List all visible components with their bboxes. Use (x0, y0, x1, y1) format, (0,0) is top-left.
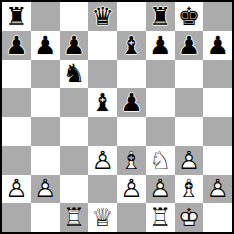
white-rook: ♜♖ (146, 203, 175, 232)
white-pawn-outline-icon: ♙ (175, 146, 204, 175)
black-bishop: ♝ (88, 88, 117, 117)
square-b6[interactable] (31, 60, 60, 89)
white-bishop-outline-icon: ♗ (117, 146, 146, 175)
white-knight: ♞♘ (146, 146, 175, 175)
square-f7[interactable]: ♟ (146, 31, 175, 60)
white-pawn-outline-icon: ♙ (117, 175, 146, 204)
square-g8[interactable]: ♚ (175, 2, 204, 31)
square-d4[interactable] (88, 117, 117, 146)
square-c6[interactable]: ♞ (60, 60, 89, 89)
white-pawn-outline-icon: ♙ (2, 175, 31, 204)
square-f3[interactable]: ♞♘ (146, 146, 175, 175)
square-f4[interactable] (146, 117, 175, 146)
square-g3[interactable]: ♟♙ (175, 146, 204, 175)
square-d8[interactable]: ♛ (88, 2, 117, 31)
black-pawn: ♟ (117, 88, 146, 117)
black-pawn: ♟ (203, 31, 232, 60)
square-a7[interactable]: ♟ (2, 31, 31, 60)
square-d7[interactable] (88, 31, 117, 60)
square-a4[interactable] (2, 117, 31, 146)
square-d6[interactable] (88, 60, 117, 89)
white-pawn-outline-icon: ♙ (146, 175, 175, 204)
square-e8[interactable] (117, 2, 146, 31)
square-e5[interactable]: ♟ (117, 88, 146, 117)
square-a1[interactable] (2, 203, 31, 232)
white-king-outline-icon: ♔ (175, 203, 204, 232)
square-a5[interactable] (2, 88, 31, 117)
square-f8[interactable]: ♜ (146, 2, 175, 31)
chess-diagram: ♜♛♜♚♟♟♟♝♟♟♟♞♝♟♟♙♝♗♞♘♟♙♟♙♟♙♟♙♟♙♝♗♟♙♜♖♛♕♜♖… (0, 0, 234, 234)
white-queen-outline-icon: ♕ (88, 203, 117, 232)
black-pawn: ♟ (2, 31, 31, 60)
black-king: ♚ (175, 2, 204, 31)
square-e6[interactable] (117, 60, 146, 89)
square-a3[interactable] (2, 146, 31, 175)
square-b5[interactable] (31, 88, 60, 117)
square-b7[interactable]: ♟ (31, 31, 60, 60)
square-h7[interactable]: ♟ (203, 31, 232, 60)
white-rook: ♜♖ (60, 203, 89, 232)
white-pawn-outline-icon: ♙ (31, 175, 60, 204)
black-pawn-icon: ♟ (175, 31, 204, 60)
square-c2[interactable] (60, 175, 89, 204)
square-e4[interactable] (117, 117, 146, 146)
black-knight: ♞ (60, 60, 89, 89)
black-pawn-icon: ♟ (117, 88, 146, 117)
white-pawn: ♟♙ (203, 175, 232, 204)
white-pawn: ♟♙ (31, 175, 60, 204)
black-knight-icon: ♞ (60, 60, 89, 89)
black-rook-icon: ♜ (2, 2, 31, 31)
black-pawn: ♟ (31, 31, 60, 60)
black-rook: ♜ (2, 2, 31, 31)
square-f1[interactable]: ♜♖ (146, 203, 175, 232)
square-b2[interactable]: ♟♙ (31, 175, 60, 204)
square-g6[interactable] (175, 60, 204, 89)
black-pawn-icon: ♟ (203, 31, 232, 60)
square-h6[interactable] (203, 60, 232, 89)
black-pawn: ♟ (175, 31, 204, 60)
white-rook-outline-icon: ♖ (146, 203, 175, 232)
white-pawn: ♟♙ (2, 175, 31, 204)
white-pawn: ♟♙ (146, 175, 175, 204)
black-bishop: ♝ (117, 31, 146, 60)
square-h5[interactable] (203, 88, 232, 117)
square-g1[interactable]: ♚♔ (175, 203, 204, 232)
black-pawn: ♟ (60, 31, 89, 60)
square-f2[interactable]: ♟♙ (146, 175, 175, 204)
square-e1[interactable] (117, 203, 146, 232)
black-rook: ♜ (146, 2, 175, 31)
chess-board: ♜♛♜♚♟♟♟♝♟♟♟♞♝♟♟♙♝♗♞♘♟♙♟♙♟♙♟♙♟♙♝♗♟♙♜♖♛♕♜♖… (0, 0, 234, 234)
white-bishop: ♝♗ (175, 175, 204, 204)
square-a2[interactable]: ♟♙ (2, 175, 31, 204)
white-bishop-outline-icon: ♗ (175, 175, 204, 204)
square-h2[interactable]: ♟♙ (203, 175, 232, 204)
white-pawn: ♟♙ (88, 146, 117, 175)
square-c8[interactable] (60, 2, 89, 31)
square-h8[interactable] (203, 2, 232, 31)
square-a8[interactable]: ♜ (2, 2, 31, 31)
square-e7[interactable]: ♝ (117, 31, 146, 60)
square-h1[interactable] (203, 203, 232, 232)
white-rook-outline-icon: ♖ (60, 203, 89, 232)
black-bishop-icon: ♝ (88, 88, 117, 117)
square-b8[interactable] (31, 2, 60, 31)
square-a6[interactable] (2, 60, 31, 89)
white-pawn: ♟♙ (175, 146, 204, 175)
square-e3[interactable]: ♝♗ (117, 146, 146, 175)
square-g2[interactable]: ♝♗ (175, 175, 204, 204)
square-g4[interactable] (175, 117, 204, 146)
black-pawn-icon: ♟ (60, 31, 89, 60)
square-d3[interactable]: ♟♙ (88, 146, 117, 175)
square-f6[interactable] (146, 60, 175, 89)
square-g7[interactable]: ♟ (175, 31, 204, 60)
white-bishop: ♝♗ (117, 146, 146, 175)
square-f5[interactable] (146, 88, 175, 117)
white-pawn-outline-icon: ♙ (88, 146, 117, 175)
black-pawn: ♟ (146, 31, 175, 60)
white-knight-outline-icon: ♘ (146, 146, 175, 175)
white-queen: ♛♕ (88, 203, 117, 232)
square-e2[interactable]: ♟♙ (117, 175, 146, 204)
square-h4[interactable] (203, 117, 232, 146)
white-pawn: ♟♙ (117, 175, 146, 204)
square-d5[interactable]: ♝ (88, 88, 117, 117)
square-h3[interactable] (203, 146, 232, 175)
white-pawn-outline-icon: ♙ (203, 175, 232, 204)
black-rook-icon: ♜ (146, 2, 175, 31)
square-g5[interactable] (175, 88, 204, 117)
square-b1[interactable] (31, 203, 60, 232)
black-queen: ♛ (88, 2, 117, 31)
black-king-icon: ♚ (175, 2, 204, 31)
black-pawn-icon: ♟ (2, 31, 31, 60)
square-d2[interactable] (88, 175, 117, 204)
square-c5[interactable] (60, 88, 89, 117)
white-king: ♚♔ (175, 203, 204, 232)
square-c3[interactable] (60, 146, 89, 175)
black-pawn-icon: ♟ (31, 31, 60, 60)
square-c1[interactable]: ♜♖ (60, 203, 89, 232)
square-d1[interactable]: ♛♕ (88, 203, 117, 232)
square-b3[interactable] (31, 146, 60, 175)
black-bishop-icon: ♝ (117, 31, 146, 60)
square-c4[interactable] (60, 117, 89, 146)
square-b4[interactable] (31, 117, 60, 146)
black-queen-icon: ♛ (88, 2, 117, 31)
black-pawn-icon: ♟ (146, 31, 175, 60)
square-c7[interactable]: ♟ (60, 31, 89, 60)
